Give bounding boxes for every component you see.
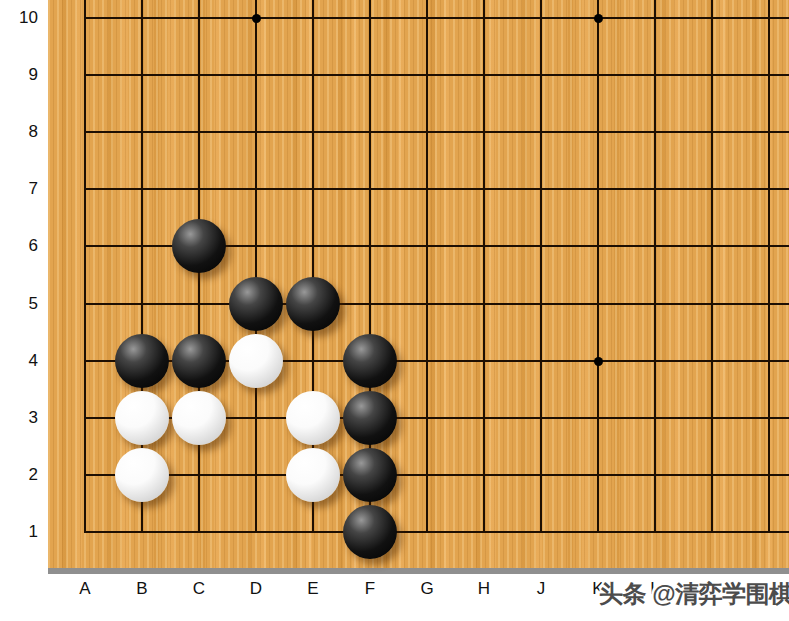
grid-vline [711,0,713,533]
column-label: B [127,579,157,598]
grid-vline [768,0,770,533]
star-point [252,14,261,23]
column-label: D [241,579,271,598]
column-label: E [298,579,328,598]
column-label: G [412,579,442,598]
white-stone [115,448,169,502]
grid-vline [597,0,599,533]
black-stone [172,219,226,273]
black-stone [115,334,169,388]
grid-hline [84,17,789,19]
row-label: 6 [0,236,38,256]
black-stone [286,277,340,331]
grid-hline [84,531,789,533]
grid-vline [426,0,428,533]
grid-vline [483,0,485,533]
grid-hline [84,474,789,476]
black-stone [229,277,283,331]
star-point [594,14,603,23]
grid-hline [84,303,789,305]
grid-hline [84,131,789,133]
grid-hline [84,188,789,190]
row-label: 2 [0,465,38,485]
watermark: 头条 @清弈学围棋 [599,578,789,610]
black-stone [343,505,397,559]
white-stone [229,334,283,388]
black-stone [172,334,226,388]
row-label: 9 [0,65,38,85]
column-label: H [469,579,499,598]
grid-hline [84,74,789,76]
star-point [594,357,603,366]
grid-vline [255,0,257,533]
grid-vline [84,0,86,533]
grid-vline [540,0,542,533]
row-label: 10 [0,8,38,28]
row-label: 5 [0,294,38,314]
board-layer: ABCDEFGHJKLMN10987654321 [0,0,789,621]
column-label: A [70,579,100,598]
row-label: 4 [0,351,38,371]
column-label: F [355,579,385,598]
white-stone [286,391,340,445]
grid-vline [654,0,656,533]
white-stone [286,448,340,502]
column-label: C [184,579,214,598]
black-stone [343,448,397,502]
row-label: 3 [0,408,38,428]
black-stone [343,334,397,388]
white-stone [172,391,226,445]
row-label: 1 [0,522,38,542]
column-label: J [526,579,556,598]
black-stone [343,391,397,445]
row-label: 8 [0,122,38,142]
page: ABCDEFGHJKLMN10987654321 头条 @清弈学围棋 [0,0,789,621]
row-label: 7 [0,179,38,199]
white-stone [115,391,169,445]
